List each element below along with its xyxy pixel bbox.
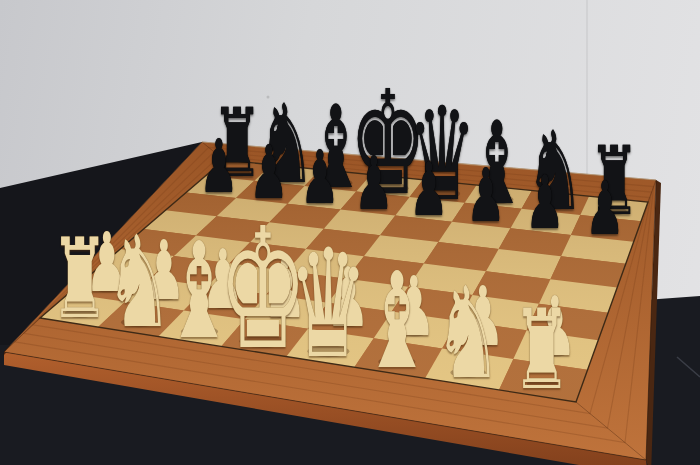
piece-shadow [271, 173, 302, 182]
piece-shadow [534, 222, 555, 228]
piece-shadow [181, 326, 218, 337]
piece-shadow [472, 340, 495, 347]
piece-shadow [273, 311, 296, 318]
piece-shadow [212, 302, 235, 309]
piece-shadow [475, 215, 496, 221]
piece-shadow [363, 203, 384, 209]
piece-shadow [600, 208, 627, 216]
piece-shadow [208, 186, 229, 192]
piece-shadow [337, 320, 360, 327]
piece-shadow [224, 169, 251, 177]
piece-shadow [96, 286, 119, 293]
piece-shadow [424, 189, 460, 199]
piece-shadow [320, 178, 352, 187]
chessboard [0, 0, 700, 465]
piece-shadow [307, 345, 349, 357]
piece-shadow [378, 356, 415, 367]
piece-shadow [450, 368, 485, 378]
piece-shadow [153, 294, 176, 301]
piece-shadow [121, 317, 156, 327]
piece-shadow [595, 228, 616, 234]
piece-shadow [419, 209, 440, 215]
piece-shadow [481, 195, 513, 204]
piece-shadow [539, 201, 570, 210]
piece-shadow [527, 380, 558, 389]
piece-shadow [403, 330, 426, 337]
piece-shadow [310, 197, 331, 203]
wall-speck [267, 96, 270, 99]
piece-shadow [543, 350, 566, 357]
piece-shadow [368, 183, 408, 195]
piece-shadow [258, 192, 279, 198]
piece-shadow [65, 309, 96, 318]
piece-shadow [239, 335, 286, 348]
chess-photo-scene: ♜♞♝♚♛♝♞♜♟♟♟♟♟♟♟♟♟♟♟♟♟♟♟♟♜♞♝♚♛♝♞♜ [0, 0, 700, 465]
